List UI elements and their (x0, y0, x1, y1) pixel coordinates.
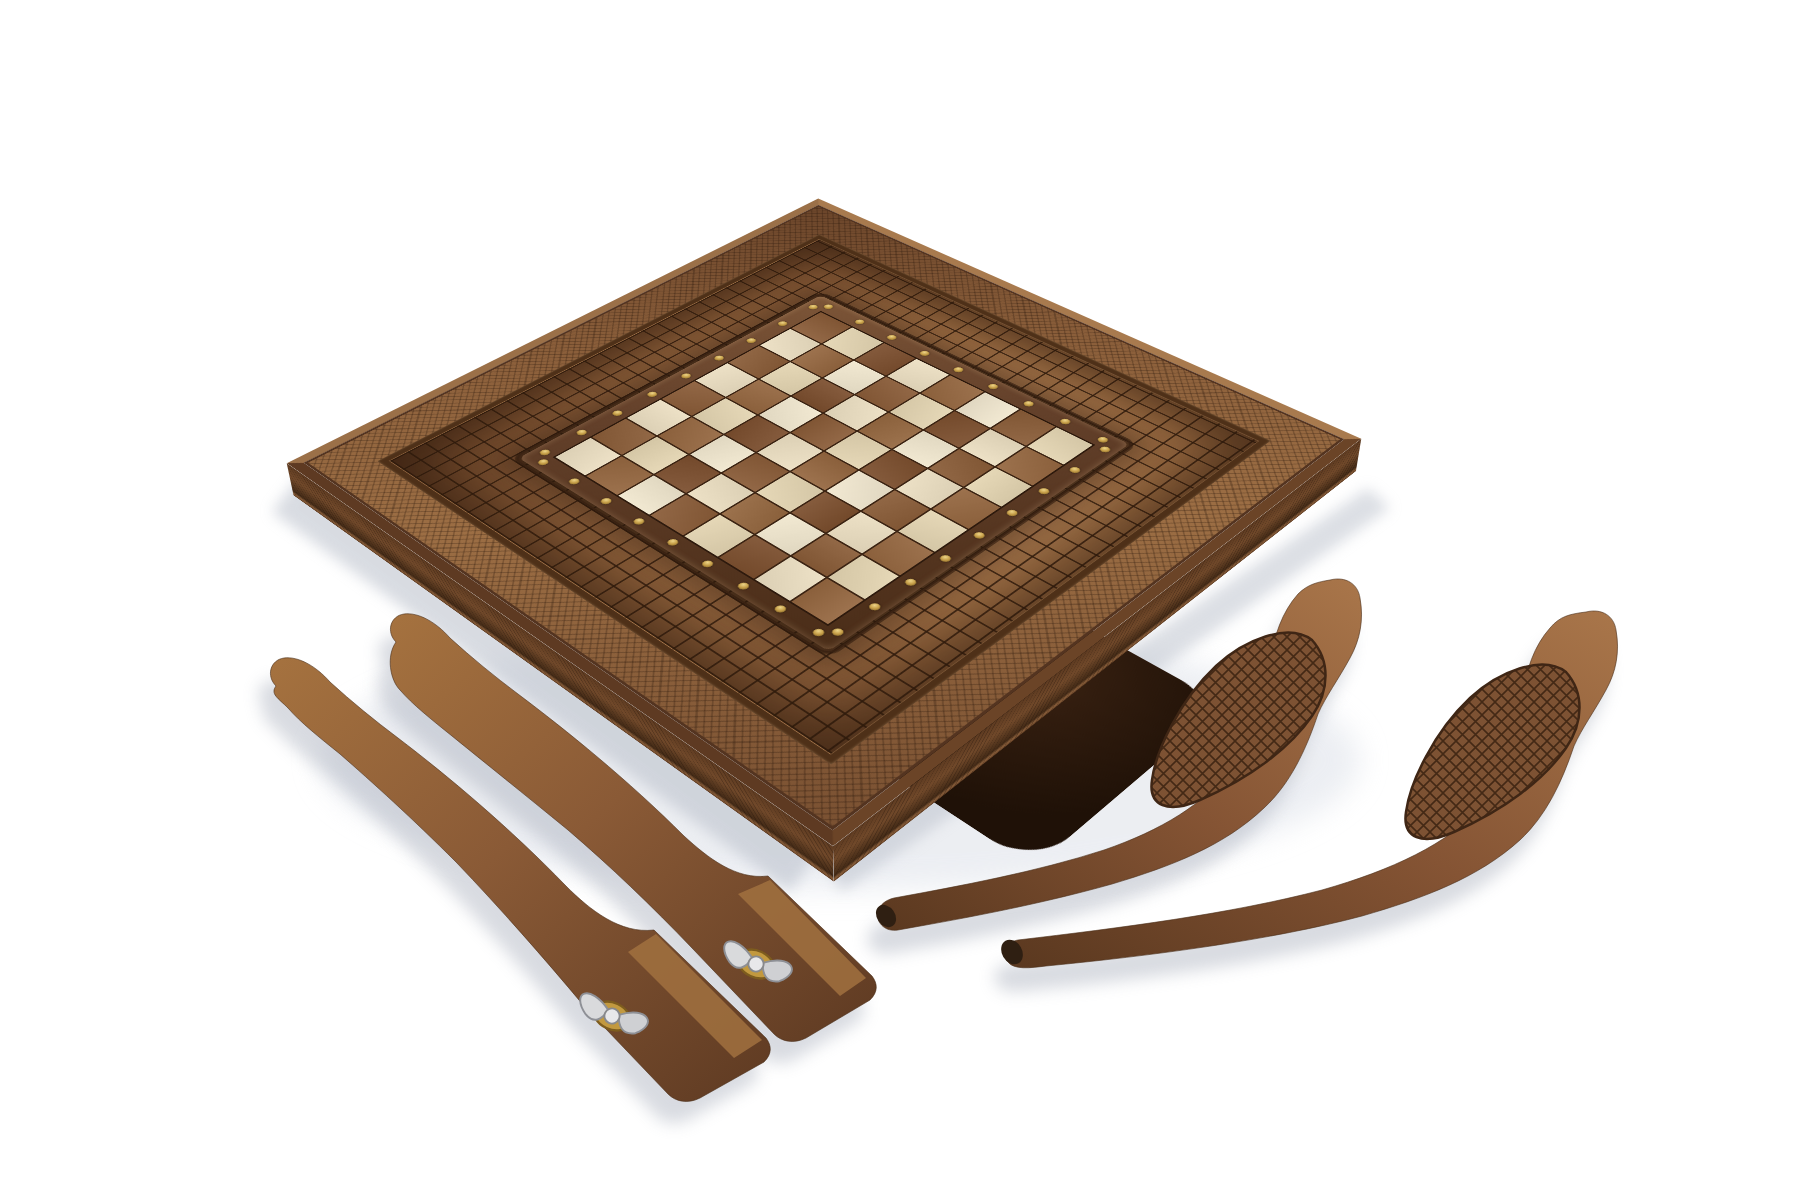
brass-stud (986, 383, 1000, 390)
product-photo-stage: { "game": { "name": "Chess", "board_type… (0, 0, 1800, 1200)
brass-stud (645, 391, 659, 398)
brass-stud (807, 304, 820, 311)
tabletop-scene (0, 0, 1800, 1200)
brass-stud (822, 304, 835, 311)
brass-stud (745, 337, 758, 344)
board-square[interactable] (723, 453, 789, 491)
brass-stud (611, 409, 625, 417)
chess-table-top (287, 198, 1362, 846)
board-square[interactable] (827, 512, 895, 554)
brass-stud (853, 319, 866, 326)
